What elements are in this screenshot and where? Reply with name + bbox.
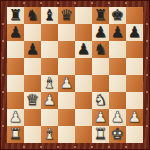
square-a7[interactable]: ♟ bbox=[7, 24, 24, 41]
frame-stud bbox=[146, 23, 148, 25]
frame-stud bbox=[2, 23, 4, 25]
black-rook-icon: ♜ bbox=[7, 7, 24, 24]
square-c6[interactable] bbox=[41, 41, 58, 58]
white-pawn-icon: ♟ bbox=[126, 109, 143, 126]
frame-stud bbox=[40, 2, 42, 4]
square-e2[interactable] bbox=[75, 109, 92, 126]
white-bishop-icon: ♝ bbox=[41, 75, 58, 92]
square-g2[interactable]: ♟ bbox=[109, 109, 126, 126]
square-a4[interactable] bbox=[7, 75, 24, 92]
square-d4[interactable]: ♟ bbox=[58, 75, 75, 92]
frame-stud bbox=[146, 108, 148, 110]
square-f4[interactable] bbox=[92, 75, 109, 92]
frame-stud bbox=[2, 91, 4, 93]
square-e5[interactable] bbox=[75, 58, 92, 75]
square-a6[interactable] bbox=[7, 41, 24, 58]
square-a1[interactable]: ♜ bbox=[7, 126, 24, 143]
white-bishop-icon: ♝ bbox=[41, 126, 58, 143]
frame-stud bbox=[74, 146, 76, 148]
frame-stud bbox=[146, 125, 148, 127]
frame-stud bbox=[108, 2, 110, 4]
frame-stud bbox=[125, 2, 127, 4]
frame-stud bbox=[40, 146, 42, 148]
black-knight-icon: ♞ bbox=[24, 7, 41, 24]
white-pawn-icon: ♟ bbox=[41, 92, 58, 109]
square-h3[interactable] bbox=[126, 92, 143, 109]
square-f6[interactable]: ♞ bbox=[92, 41, 109, 58]
square-g4[interactable] bbox=[109, 75, 126, 92]
white-pawn-icon: ♟ bbox=[92, 109, 109, 126]
square-e6[interactable]: ♟ bbox=[75, 41, 92, 58]
white-pawn-icon: ♟ bbox=[7, 109, 24, 126]
square-e7[interactable] bbox=[75, 24, 92, 41]
square-f8[interactable]: ♜ bbox=[92, 7, 109, 24]
white-pawn-icon: ♟ bbox=[109, 109, 126, 126]
square-e1[interactable] bbox=[75, 126, 92, 143]
black-bishop-icon: ♝ bbox=[41, 7, 58, 24]
square-h2[interactable]: ♟ bbox=[126, 109, 143, 126]
square-g1[interactable]: ♚ bbox=[109, 126, 126, 143]
frame-stud bbox=[57, 2, 59, 4]
square-g6[interactable] bbox=[109, 41, 126, 58]
frame-stud bbox=[2, 125, 4, 127]
square-f5[interactable] bbox=[92, 58, 109, 75]
square-g3[interactable] bbox=[109, 92, 126, 109]
square-b8[interactable]: ♞ bbox=[24, 7, 41, 24]
black-rook-icon: ♜ bbox=[92, 7, 109, 24]
frame-stud bbox=[2, 57, 4, 59]
square-d6[interactable] bbox=[58, 41, 75, 58]
frame-stud bbox=[57, 146, 59, 148]
square-f2[interactable]: ♟ bbox=[92, 109, 109, 126]
frame-stud bbox=[146, 57, 148, 59]
black-pawn-icon: ♟ bbox=[24, 41, 41, 58]
black-queen-icon: ♛ bbox=[58, 7, 75, 24]
square-b3[interactable]: ♛ bbox=[24, 92, 41, 109]
square-a2[interactable]: ♟ bbox=[7, 109, 24, 126]
black-pawn-icon: ♟ bbox=[75, 41, 92, 58]
square-h5[interactable] bbox=[126, 58, 143, 75]
white-king-icon: ♚ bbox=[109, 126, 126, 143]
square-h8[interactable] bbox=[126, 7, 143, 24]
square-c1[interactable]: ♝ bbox=[41, 126, 58, 143]
square-a8[interactable]: ♜ bbox=[7, 7, 24, 24]
square-e3[interactable] bbox=[75, 92, 92, 109]
square-c5[interactable] bbox=[41, 58, 58, 75]
black-pawn-icon: ♟ bbox=[126, 24, 143, 41]
frame-stud bbox=[2, 108, 4, 110]
square-h1[interactable] bbox=[126, 126, 143, 143]
frame-stud bbox=[74, 2, 76, 4]
frame-stud bbox=[146, 91, 148, 93]
square-f3[interactable]: ♞ bbox=[92, 92, 109, 109]
frame-stud bbox=[91, 2, 93, 4]
square-g8[interactable]: ♚ bbox=[109, 7, 126, 24]
square-h6[interactable] bbox=[126, 41, 143, 58]
square-h7[interactable]: ♟ bbox=[126, 24, 143, 41]
square-b7[interactable] bbox=[24, 24, 41, 41]
square-c8[interactable]: ♝ bbox=[41, 7, 58, 24]
black-pawn-icon: ♟ bbox=[109, 24, 126, 41]
square-f7[interactable]: ♟ bbox=[92, 24, 109, 41]
frame-stud bbox=[146, 40, 148, 42]
frame-stud bbox=[91, 146, 93, 148]
white-queen-icon: ♛ bbox=[24, 92, 41, 109]
square-b5[interactable] bbox=[24, 58, 41, 75]
square-c7[interactable] bbox=[41, 24, 58, 41]
white-pawn-icon: ♟ bbox=[58, 75, 75, 92]
white-rook-icon: ♜ bbox=[7, 126, 24, 143]
square-b1[interactable] bbox=[24, 126, 41, 143]
square-d5[interactable] bbox=[58, 58, 75, 75]
frame-stud bbox=[2, 74, 4, 76]
frame-stud bbox=[125, 146, 127, 148]
black-king-icon: ♚ bbox=[109, 7, 126, 24]
square-f1[interactable]: ♜ bbox=[92, 126, 109, 143]
square-h4[interactable] bbox=[126, 75, 143, 92]
black-pawn-icon: ♟ bbox=[92, 24, 109, 41]
square-g5[interactable] bbox=[109, 58, 126, 75]
square-b6[interactable]: ♟ bbox=[24, 41, 41, 58]
square-a3[interactable] bbox=[7, 92, 24, 109]
white-knight-icon: ♞ bbox=[92, 92, 109, 109]
square-e8[interactable] bbox=[75, 7, 92, 24]
frame-stud bbox=[146, 74, 148, 76]
square-a5[interactable] bbox=[7, 58, 24, 75]
square-d1[interactable] bbox=[58, 126, 75, 143]
square-d3[interactable] bbox=[58, 92, 75, 109]
square-d2[interactable] bbox=[58, 109, 75, 126]
square-d8[interactable]: ♛ bbox=[58, 7, 75, 24]
black-knight-icon: ♞ bbox=[92, 41, 109, 58]
square-b2[interactable] bbox=[24, 109, 41, 126]
square-b4[interactable] bbox=[24, 75, 41, 92]
board-frame: ♜♞♝♛♜♚♟♟♟♟♟♟♞♝♟♛♟♞♟♟♟♟♜♝♜♚ bbox=[0, 0, 150, 150]
white-rook-icon: ♜ bbox=[92, 126, 109, 143]
square-c3[interactable]: ♟ bbox=[41, 92, 58, 109]
black-pawn-icon: ♟ bbox=[7, 24, 24, 41]
square-c2[interactable] bbox=[41, 109, 58, 126]
frame-stud bbox=[2, 40, 4, 42]
frame-stud bbox=[23, 146, 25, 148]
frame-stud bbox=[23, 2, 25, 4]
board: ♜♞♝♛♜♚♟♟♟♟♟♟♞♝♟♛♟♞♟♟♟♟♜♝♜♚ bbox=[7, 7, 143, 143]
frame-stud bbox=[108, 146, 110, 148]
square-g7[interactable]: ♟ bbox=[109, 24, 126, 41]
square-e4[interactable] bbox=[75, 75, 92, 92]
square-c4[interactable]: ♝ bbox=[41, 75, 58, 92]
square-d7[interactable] bbox=[58, 24, 75, 41]
